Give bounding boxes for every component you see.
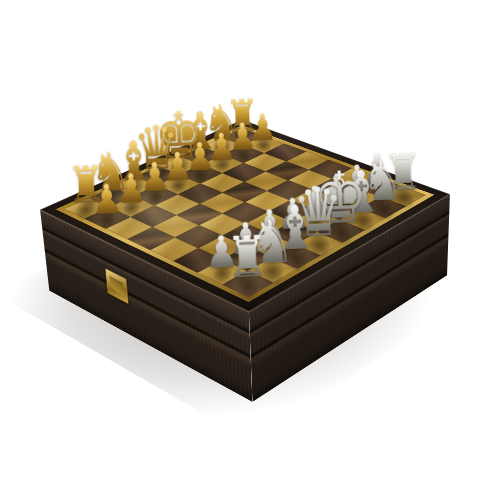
brass-latch-plate xyxy=(109,275,124,297)
scene: ♜♞♝♛♚♝♞♜♟♟♟♟♟♟♟♟♟♟♟♟♟♟♟♟♜♞♝♛♚♝♞♜ xyxy=(0,0,480,480)
product-photo: ♜♞♝♛♚♝♞♜♟♟♟♟♟♟♟♟♟♟♟♟♟♟♟♟♜♞♝♛♚♝♞♜ xyxy=(0,0,480,480)
piece-glyph-r: ♜ xyxy=(199,54,283,138)
chess-case: ♜♞♝♛♚♝♞♜♟♟♟♟♟♟♟♟♟♟♟♟♟♟♟♟♜♞♝♛♚♝♞♜ xyxy=(40,120,450,312)
piece-shadow xyxy=(236,271,261,301)
brass-latch xyxy=(105,268,129,305)
